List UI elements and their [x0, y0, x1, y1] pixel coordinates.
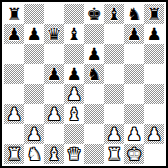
- square-a7[interactable]: ♟: [4, 24, 24, 44]
- square-e7[interactable]: [84, 24, 104, 44]
- piece-white-pawn: ♟: [64, 84, 84, 104]
- square-h6[interactable]: [144, 44, 164, 64]
- square-a2[interactable]: [4, 124, 24, 144]
- square-e1[interactable]: [84, 144, 104, 164]
- square-d4[interactable]: ♟: [64, 84, 84, 104]
- square-e4[interactable]: [84, 84, 104, 104]
- square-f4[interactable]: [104, 84, 124, 104]
- square-h2[interactable]: ♟: [144, 124, 164, 144]
- square-g7[interactable]: ♟: [124, 24, 144, 44]
- square-h8[interactable]: ♜: [144, 4, 164, 24]
- piece-white-king: ♚: [124, 144, 144, 164]
- piece-black-pawn: ♟: [64, 64, 84, 84]
- square-c8[interactable]: [44, 4, 64, 24]
- piece-white-bishop: ♝: [64, 104, 84, 124]
- piece-black-pawn: ♟: [144, 24, 164, 44]
- square-a8[interactable]: ♜: [4, 4, 24, 24]
- square-b5[interactable]: [24, 64, 44, 84]
- square-c2[interactable]: [44, 124, 64, 144]
- square-b8[interactable]: [24, 4, 44, 24]
- square-a5[interactable]: [4, 64, 24, 84]
- square-g1[interactable]: ♚: [124, 144, 144, 164]
- square-h5[interactable]: [144, 64, 164, 84]
- piece-white-pawn: ♟: [104, 124, 124, 144]
- piece-white-pawn: ♟: [24, 124, 44, 144]
- piece-white-pawn: ♟: [44, 104, 64, 124]
- square-h3[interactable]: [144, 104, 164, 124]
- piece-white-pawn: ♟: [4, 104, 24, 124]
- square-b2[interactable]: ♟: [24, 124, 44, 144]
- piece-black-bishop: ♝: [104, 4, 124, 24]
- square-e5[interactable]: ♞: [84, 64, 104, 84]
- square-f8[interactable]: ♝: [104, 4, 124, 24]
- square-a3[interactable]: ♟: [4, 104, 24, 124]
- piece-black-queen: ♛: [44, 24, 64, 44]
- square-g3[interactable]: [124, 104, 144, 124]
- square-g4[interactable]: [124, 84, 144, 104]
- chess-board: ♜♚♝♞♜♟♟♛♝♟♟♟♟♟♞♟♟♟♝♟♟♟♟♜♞♝♛♜♚: [4, 4, 164, 164]
- square-d8[interactable]: [64, 4, 84, 24]
- square-d2[interactable]: [64, 124, 84, 144]
- square-a4[interactable]: [4, 84, 24, 104]
- square-c1[interactable]: ♝: [44, 144, 64, 164]
- square-e3[interactable]: [84, 104, 104, 124]
- square-e2[interactable]: [84, 124, 104, 144]
- square-f6[interactable]: [104, 44, 124, 64]
- square-d5[interactable]: ♟: [64, 64, 84, 84]
- square-d1[interactable]: ♛: [64, 144, 84, 164]
- piece-black-knight: ♞: [124, 4, 144, 24]
- square-e6[interactable]: ♟: [84, 44, 104, 64]
- square-d6[interactable]: [64, 44, 84, 64]
- square-b7[interactable]: ♟: [24, 24, 44, 44]
- square-f1[interactable]: ♜: [104, 144, 124, 164]
- square-b4[interactable]: [24, 84, 44, 104]
- square-h1[interactable]: [144, 144, 164, 164]
- square-a1[interactable]: ♜: [4, 144, 24, 164]
- piece-black-pawn: ♟: [124, 24, 144, 44]
- piece-black-pawn: ♟: [4, 24, 24, 44]
- square-g8[interactable]: ♞: [124, 4, 144, 24]
- square-g2[interactable]: ♟: [124, 124, 144, 144]
- square-c3[interactable]: ♟: [44, 104, 64, 124]
- chess-board-diagram: ♜♚♝♞♜♟♟♛♝♟♟♟♟♟♞♟♟♟♝♟♟♟♟♜♞♝♛♜♚: [0, 0, 168, 168]
- square-b3[interactable]: [24, 104, 44, 124]
- piece-white-rook: ♜: [104, 144, 124, 164]
- square-c7[interactable]: ♛: [44, 24, 64, 44]
- square-d3[interactable]: ♝: [64, 104, 84, 124]
- square-f3[interactable]: [104, 104, 124, 124]
- piece-black-pawn: ♟: [84, 44, 104, 64]
- piece-black-pawn: ♟: [44, 64, 64, 84]
- square-c6[interactable]: [44, 44, 64, 64]
- piece-black-knight: ♞: [84, 64, 104, 84]
- piece-white-pawn: ♟: [124, 124, 144, 144]
- square-e8[interactable]: ♚: [84, 4, 104, 24]
- piece-white-knight: ♞: [24, 144, 44, 164]
- square-f5[interactable]: [104, 64, 124, 84]
- square-f7[interactable]: [104, 24, 124, 44]
- square-d7[interactable]: ♝: [64, 24, 84, 44]
- square-b1[interactable]: ♞: [24, 144, 44, 164]
- square-h7[interactable]: ♟: [144, 24, 164, 44]
- piece-black-king: ♚: [84, 4, 104, 24]
- square-c4[interactable]: [44, 84, 64, 104]
- piece-black-bishop: ♝: [64, 24, 84, 44]
- square-c5[interactable]: ♟: [44, 64, 64, 84]
- square-g6[interactable]: [124, 44, 144, 64]
- piece-black-pawn: ♟: [24, 24, 44, 44]
- piece-white-bishop: ♝: [44, 144, 64, 164]
- square-h4[interactable]: [144, 84, 164, 104]
- square-g5[interactable]: [124, 64, 144, 84]
- piece-black-rook: ♜: [144, 4, 164, 24]
- square-b6[interactable]: [24, 44, 44, 64]
- piece-white-pawn: ♟: [144, 124, 164, 144]
- piece-white-queen: ♛: [64, 144, 84, 164]
- piece-black-rook: ♜: [4, 4, 24, 24]
- piece-white-rook: ♜: [4, 144, 24, 164]
- square-f2[interactable]: ♟: [104, 124, 124, 144]
- square-a6[interactable]: [4, 44, 24, 64]
